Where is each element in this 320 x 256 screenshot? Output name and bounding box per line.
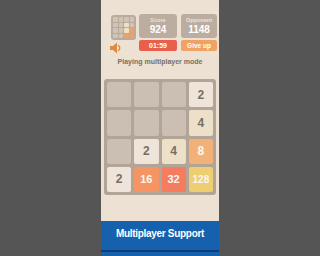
mini-board-cell (119, 34, 124, 39)
footer-banner: Multiplayer Support (101, 221, 219, 256)
app-screen: Score 924 Opponent 1148 01:59 Give up Pl… (101, 0, 219, 256)
tile-16: 16 (134, 167, 158, 192)
score-value: 924 (150, 24, 167, 35)
mode-caption: Playing multiplayer mode (101, 58, 219, 65)
tile-2: 2 (189, 82, 213, 107)
timer: 01:59 (139, 40, 177, 51)
tile-4: 4 (189, 110, 213, 135)
opponent-board-preview[interactable] (111, 15, 136, 40)
mini-board-cell (119, 28, 124, 33)
mini-board-cell (124, 28, 129, 33)
mini-board-cell (130, 17, 135, 22)
mini-board-cell (113, 28, 118, 33)
tile-32: 32 (162, 167, 186, 192)
mini-board-cell (124, 23, 129, 28)
opponent-score-box: Opponent 1148 (181, 14, 217, 38)
banner-divider (101, 250, 219, 252)
mini-board-cell (119, 23, 124, 28)
tile-2: 2 (107, 167, 131, 192)
empty-cell (162, 82, 186, 107)
speaker-icon[interactable] (109, 41, 123, 54)
empty-cell (162, 110, 186, 135)
banner-text: Multiplayer Support (101, 228, 219, 239)
empty-cell (107, 82, 131, 107)
mini-board-cell (113, 17, 118, 22)
game-board[interactable]: 2424821632128 (104, 79, 216, 195)
tile-4: 4 (162, 139, 186, 164)
tile-2: 2 (134, 139, 158, 164)
tile-8: 8 (189, 139, 213, 164)
mini-board-cell (113, 23, 118, 28)
empty-cell (134, 82, 158, 107)
score-box: Score 924 (139, 14, 177, 38)
empty-cell (134, 110, 158, 135)
mini-board-cell (130, 23, 135, 28)
tile-128: 128 (189, 167, 213, 192)
opponent-label: Opponent (186, 17, 212, 24)
mini-board-cell (130, 28, 135, 33)
mini-board-cell (124, 17, 129, 22)
mini-board-cell (124, 34, 129, 39)
speaker-icon-svg (110, 42, 123, 54)
mini-board-cell (130, 34, 135, 39)
empty-cell (107, 139, 131, 164)
score-label: Score (150, 17, 165, 24)
give-up-button[interactable]: Give up (181, 40, 217, 51)
empty-cell (107, 110, 131, 135)
mini-board-cell (119, 17, 124, 22)
opponent-value: 1148 (188, 24, 210, 35)
mini-board-cell (113, 34, 118, 39)
